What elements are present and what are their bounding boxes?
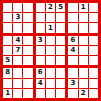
sudoku-cell-r7c7[interactable] [68,68,77,77]
sudoku-cell-r4c5[interactable] [46,36,55,45]
sudoku-cell-r5c4[interactable] [36,46,45,55]
sudoku-cell-r3c2[interactable] [13,23,22,32]
sudoku-cell-r8c7[interactable]: 3 [68,79,77,88]
sudoku-cell-r2c1[interactable] [3,13,12,22]
sudoku-cell-r3c4[interactable] [36,23,45,32]
sudoku-cell-r7c1[interactable]: 8 [3,68,12,77]
sudoku-cell-r3c7[interactable] [68,23,77,32]
sudoku-cell-r8c3[interactable] [23,79,32,88]
sudoku-cell-r7c8[interactable] [79,68,88,77]
sudoku-cell-r7c2[interactable] [13,68,22,77]
sudoku-cell-r7c3[interactable] [23,68,32,77]
sudoku-cell-r6c2[interactable] [13,56,22,65]
sudoku-cell-r9c9[interactable] [89,89,98,98]
sudoku-cell-r2c7[interactable] [68,13,77,22]
sudoku-cell-r9c3[interactable] [23,89,32,98]
sudoku-box-r3c3: 32 [68,68,98,98]
sudoku-cell-r8c9[interactable] [89,79,98,88]
sudoku-cell-r9c5[interactable] [46,89,55,98]
sudoku-cell-r2c8[interactable] [79,13,88,22]
sudoku-cell-r4c2[interactable]: 4 [13,36,22,45]
sudoku-cell-r2c3[interactable] [23,13,32,22]
sudoku-cell-r2c4[interactable] [36,13,45,22]
sudoku-cell-r8c2[interactable] [13,79,22,88]
sudoku-cell-r3c9[interactable] [89,23,98,32]
sudoku-cell-r1c3[interactable] [23,3,32,12]
sudoku-cell-r4c1[interactable] [3,36,12,45]
sudoku-cell-r3c6[interactable] [56,23,65,32]
sudoku-cell-r5c6[interactable] [56,46,65,55]
sudoku-box-r3c1: 81 [3,68,33,98]
sudoku-cell-r2c5[interactable] [46,13,55,22]
sudoku-cell-r9c1[interactable]: 1 [3,89,12,98]
sudoku-cell-r1c6[interactable]: 5 [56,3,65,12]
sudoku-cell-r6c7[interactable] [68,56,77,65]
sudoku-cell-r1c5[interactable]: 2 [46,3,55,12]
sudoku-cell-r6c4[interactable] [36,56,45,65]
sudoku-cell-r9c2[interactable] [13,89,22,98]
sudoku-cell-r1c1[interactable] [3,3,12,12]
sudoku-cell-r3c8[interactable] [79,23,88,32]
sudoku-box-r2c2: 3 [36,36,66,66]
sudoku-cell-r2c6[interactable] [56,13,65,22]
sudoku-cell-r5c3[interactable] [23,46,32,55]
sudoku-box-r1c2: 251 [36,3,66,33]
sudoku-cell-r9c4[interactable] [36,89,45,98]
sudoku-cell-r4c6[interactable] [56,36,65,45]
sudoku-cell-r4c9[interactable] [89,36,98,45]
sudoku-cell-r5c7[interactable]: 4 [68,46,77,55]
sudoku-board: 32511475364816432 [0,0,101,101]
sudoku-cell-r9c8[interactable]: 2 [79,89,88,98]
sudoku-cell-r5c8[interactable] [79,46,88,55]
sudoku-cell-r7c5[interactable] [46,68,55,77]
sudoku-cell-r5c9[interactable] [89,46,98,55]
sudoku-cell-r1c9[interactable] [89,3,98,12]
sudoku-cell-r3c1[interactable] [3,23,12,32]
sudoku-box-r3c2: 64 [36,68,66,98]
sudoku-cell-r1c2[interactable] [13,3,22,12]
sudoku-cell-r8c4[interactable]: 4 [36,79,45,88]
sudoku-cell-r4c4[interactable]: 3 [36,36,45,45]
sudoku-cell-r3c5[interactable]: 1 [46,23,55,32]
sudoku-cell-r8c5[interactable] [46,79,55,88]
sudoku-cell-r3c3[interactable] [23,23,32,32]
sudoku-cell-r1c4[interactable] [36,3,45,12]
sudoku-cell-r8c8[interactable] [79,79,88,88]
sudoku-cell-r6c3[interactable] [23,56,32,65]
sudoku-cell-r2c2[interactable]: 3 [13,13,22,22]
sudoku-cell-r2c9[interactable] [89,13,98,22]
sudoku-box-r2c3: 64 [68,36,98,66]
sudoku-cell-r6c9[interactable] [89,56,98,65]
sudoku-cell-r7c4[interactable]: 6 [36,68,45,77]
sudoku-cell-r7c9[interactable] [89,68,98,77]
sudoku-cell-r5c5[interactable] [46,46,55,55]
sudoku-cell-r8c6[interactable] [56,79,65,88]
sudoku-cell-r6c6[interactable] [56,56,65,65]
sudoku-cell-r6c1[interactable]: 5 [3,56,12,65]
sudoku-cell-r6c5[interactable] [46,56,55,65]
sudoku-cell-r4c3[interactable] [23,36,32,45]
sudoku-cell-r1c7[interactable] [68,3,77,12]
sudoku-cell-r6c8[interactable] [79,56,88,65]
sudoku-cell-r5c1[interactable] [3,46,12,55]
sudoku-box-r2c1: 475 [3,36,33,66]
sudoku-cell-r7c6[interactable] [56,68,65,77]
sudoku-cell-r9c7[interactable] [68,89,77,98]
sudoku-box-r1c3: 1 [68,3,98,33]
sudoku-cell-r5c2[interactable]: 7 [13,46,22,55]
sudoku-cell-r9c6[interactable] [56,89,65,98]
sudoku-cell-r4c8[interactable] [79,36,88,45]
sudoku-cell-r8c1[interactable] [3,79,12,88]
sudoku-cell-r1c8[interactable]: 1 [79,3,88,12]
sudoku-box-r1c1: 3 [3,3,33,33]
sudoku-cell-r4c7[interactable]: 6 [68,36,77,45]
